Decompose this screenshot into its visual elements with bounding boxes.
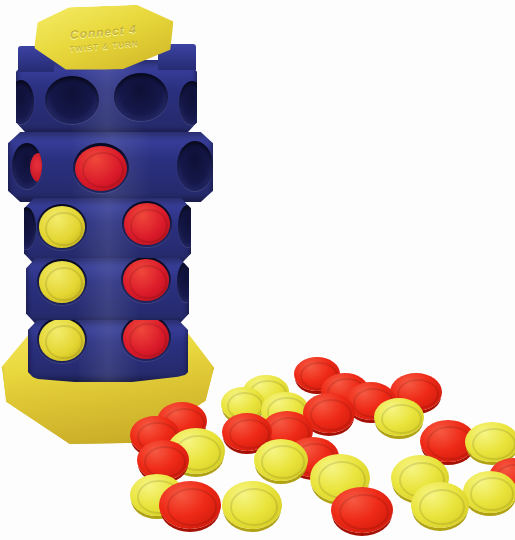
tower-disc-red[interactable] — [75, 146, 127, 191]
tower-ring-5[interactable] — [28, 320, 188, 382]
hole-L1-edge-right[interactable] — [179, 81, 197, 125]
pile-disc-yellow-28[interactable] — [411, 482, 469, 528]
pile-disc-red-25[interactable] — [159, 481, 221, 529]
tower-ring-2[interactable] — [8, 132, 213, 202]
hole-L4-front-left[interactable] — [37, 259, 87, 305]
hole-L2-edge-right[interactable] — [177, 141, 213, 191]
cap-subtitle-text: TWIST & TURN — [69, 39, 139, 54]
hole-L3-edge-left[interactable] — [24, 207, 36, 249]
hole-L1-edge-left[interactable] — [16, 80, 34, 124]
pile-disc-yellow-12[interactable] — [465, 422, 515, 462]
tower-disc-red[interactable] — [123, 320, 169, 359]
hole-L5-front-right[interactable] — [121, 320, 171, 361]
hole-L3-front-right[interactable] — [122, 201, 172, 247]
hole-L2-edge-left[interactable] — [12, 143, 42, 189]
tower-disc-red[interactable] — [124, 203, 170, 244]
tower-disc-red[interactable] — [123, 259, 169, 300]
tower-disc-red-sliver — [30, 153, 42, 182]
hole-L4-front-right[interactable] — [121, 258, 171, 303]
tower-ring-4[interactable] — [26, 258, 189, 324]
pile-disc-yellow-7[interactable] — [374, 398, 424, 436]
pile-disc-yellow-26[interactable] — [222, 481, 282, 529]
pile-disc-yellow-22[interactable] — [463, 471, 515, 513]
hole-L3-front-left[interactable] — [37, 204, 87, 250]
hole-L1-front-right[interactable] — [114, 73, 168, 121]
scene: Connect 4 TWIST & TURN — [0, 0, 515, 540]
hole-L1-front-left[interactable] — [45, 76, 99, 124]
tower-disc-yellow[interactable] — [39, 206, 85, 247]
hole-L4-edge-right[interactable] — [177, 262, 189, 302]
hole-L2-front-center[interactable] — [73, 143, 129, 193]
tower-disc-yellow[interactable] — [39, 261, 85, 302]
hole-L5-front-left[interactable] — [37, 320, 87, 363]
tower-disc-yellow[interactable] — [39, 320, 85, 361]
tower-ring-3[interactable] — [24, 198, 191, 264]
pile-disc-red-27[interactable] — [331, 487, 393, 533]
hole-L3-edge-right[interactable] — [178, 205, 191, 247]
pile-disc-yellow-18[interactable] — [254, 439, 308, 481]
